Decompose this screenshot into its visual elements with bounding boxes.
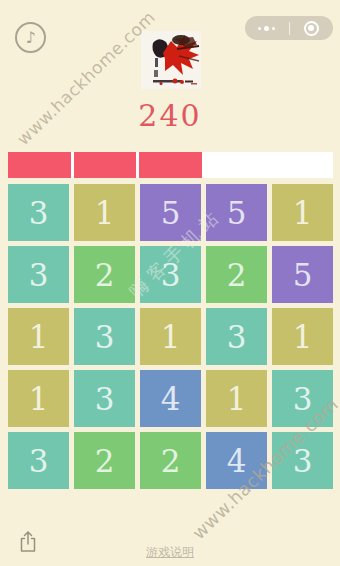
dot-icon [264, 26, 269, 31]
progress-bar [8, 152, 333, 178]
tile-r2c5[interactable]: 5 [272, 246, 333, 303]
tile-r3c3[interactable]: 1 [140, 308, 201, 365]
tile-r4c1[interactable]: 1 [8, 370, 69, 427]
tile-r1c5[interactable]: 1 [272, 184, 333, 241]
tile-r2c3[interactable]: 3 [140, 246, 201, 303]
wechat-capsule [245, 16, 333, 40]
progress-segment-3 [139, 152, 202, 178]
dot-icon [272, 27, 275, 30]
tile-r3c1[interactable]: 1 [8, 308, 69, 365]
tile-r3c2[interactable]: 3 [74, 308, 135, 365]
music-button[interactable]: ♪ [15, 22, 46, 53]
tile-r1c1[interactable]: 3 [8, 184, 69, 241]
tile-r2c2[interactable]: 2 [74, 246, 135, 303]
tile-r1c2[interactable]: 1 [74, 184, 135, 241]
music-note-icon: ♪ [25, 28, 35, 47]
tile-r4c3[interactable]: 4 [140, 370, 201, 427]
tile-r1c4[interactable]: 5 [206, 184, 267, 241]
progress-segment-2 [74, 152, 137, 178]
score-display: 240 [0, 100, 340, 132]
tile-r2c1[interactable]: 3 [8, 246, 69, 303]
instructions-link[interactable]: 游戏说明 [0, 544, 340, 561]
tile-r2c4[interactable]: 2 [206, 246, 267, 303]
tile-r5c5[interactable]: 3 [272, 432, 333, 489]
tile-r5c4[interactable]: 4 [206, 432, 267, 489]
exit-button[interactable] [290, 16, 334, 40]
record-circle-icon [304, 21, 319, 36]
progress-segment-4 [205, 152, 268, 178]
tile-r5c3[interactable]: 2 [140, 432, 201, 489]
tile-r3c5[interactable]: 1 [272, 308, 333, 365]
tile-grid: 3155132325131311341332243 [8, 184, 333, 489]
more-menu-button[interactable] [245, 16, 289, 40]
tile-r4c5[interactable]: 3 [272, 370, 333, 427]
game-screen: ♪ 240 [0, 0, 340, 566]
progress-segment-1 [8, 152, 71, 178]
dot-icon [258, 27, 261, 30]
progress-segment-5 [270, 152, 333, 178]
tile-r3c4[interactable]: 3 [206, 308, 267, 365]
tile-r1c3[interactable]: 5 [140, 184, 201, 241]
tile-r5c2[interactable]: 2 [74, 432, 135, 489]
tile-r5c1[interactable]: 3 [8, 432, 69, 489]
tile-r4c4[interactable]: 1 [206, 370, 267, 427]
tile-r4c2[interactable]: 3 [74, 370, 135, 427]
level-artwork [141, 31, 201, 89]
